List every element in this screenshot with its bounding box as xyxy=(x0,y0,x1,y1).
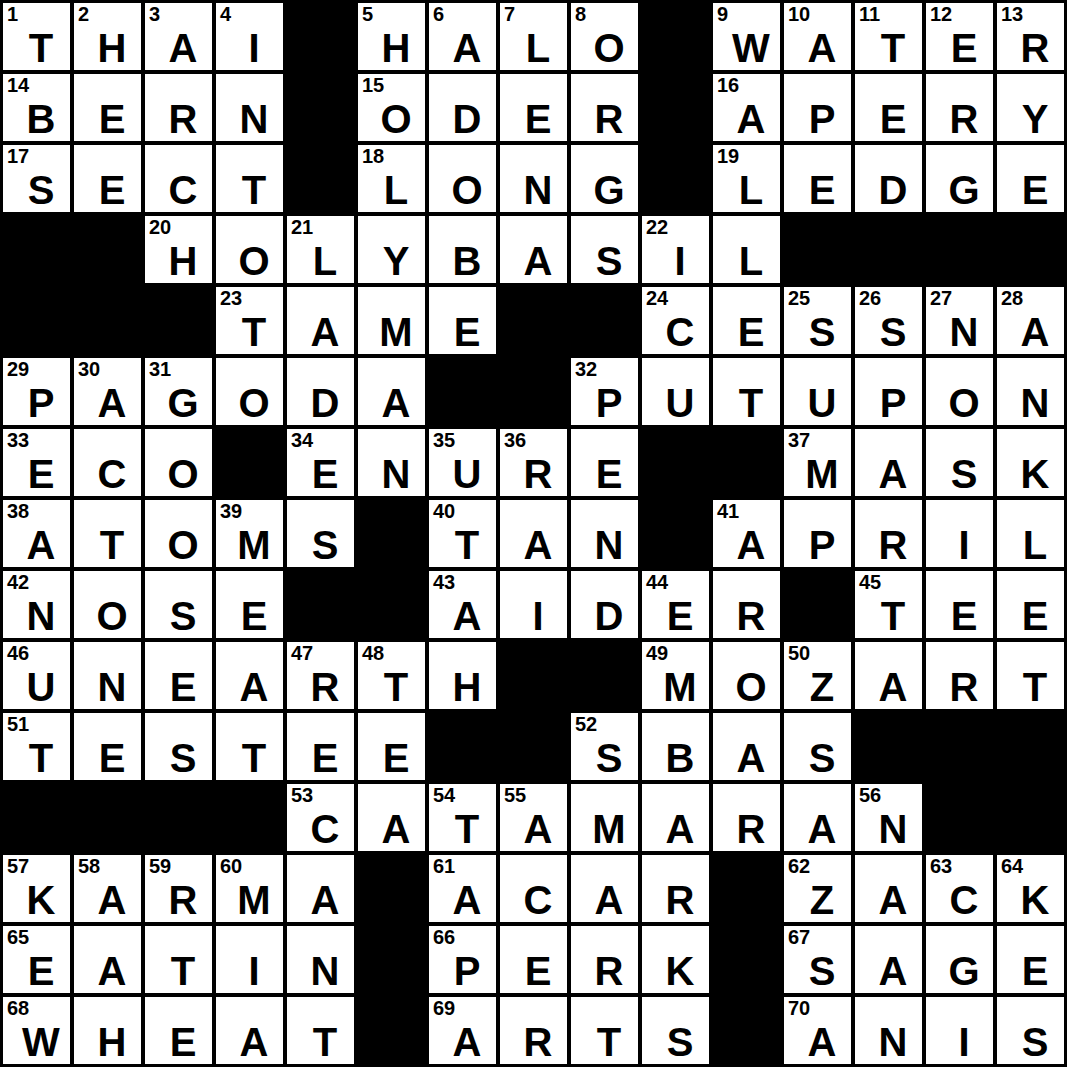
grid-cell[interactable]: 52S xyxy=(571,713,638,780)
grid-cell[interactable]: C xyxy=(145,145,212,212)
clue-number: 68 xyxy=(7,998,29,1018)
grid-cell[interactable]: R xyxy=(926,642,993,709)
grid-cell[interactable]: A xyxy=(216,642,283,709)
clue-number: 7 xyxy=(504,4,515,24)
grid-cell[interactable]: 28A xyxy=(997,287,1064,354)
cell-letter: I xyxy=(935,525,993,565)
cell-letter: D xyxy=(864,170,922,210)
grid-cell[interactable]: 44E xyxy=(642,571,709,638)
grid-cell[interactable]: R xyxy=(855,500,922,567)
black-square xyxy=(855,713,922,780)
grid-cell[interactable]: N xyxy=(571,500,638,567)
grid-cell[interactable]: E xyxy=(500,926,567,993)
grid-cell[interactable]: L xyxy=(997,500,1064,567)
grid-cell[interactable]: O xyxy=(216,358,283,425)
black-square xyxy=(500,287,567,354)
grid-cell[interactable]: U xyxy=(784,358,851,425)
cell-letter: N xyxy=(864,809,922,849)
cell-letter: M xyxy=(225,525,283,565)
grid-cell[interactable]: R xyxy=(713,784,780,851)
clue-number: 29 xyxy=(7,359,29,379)
grid-cell[interactable]: S xyxy=(571,216,638,283)
clue-number: 31 xyxy=(149,359,171,379)
cell-letter: T xyxy=(12,738,70,778)
grid-cell[interactable]: P xyxy=(784,74,851,141)
grid-cell[interactable]: 42N xyxy=(3,571,70,638)
grid-cell[interactable]: O xyxy=(74,571,141,638)
grid-cell[interactable]: A xyxy=(855,926,922,993)
cell-letter: O xyxy=(225,241,283,281)
grid-cell[interactable]: O xyxy=(713,642,780,709)
grid-cell[interactable]: C xyxy=(500,855,567,922)
cell-letter: K xyxy=(1006,880,1064,920)
cell-letter: E xyxy=(864,99,922,139)
clue-number: 27 xyxy=(930,288,952,308)
grid-cell[interactable]: A xyxy=(358,358,425,425)
grid-cell[interactable]: S xyxy=(784,713,851,780)
grid-cell[interactable]: 63C xyxy=(926,855,993,922)
grid-cell[interactable]: E xyxy=(145,997,212,1064)
grid-cell[interactable]: S xyxy=(642,997,709,1064)
cell-letter: E xyxy=(12,454,70,494)
grid-cell[interactable]: 1T xyxy=(3,3,70,70)
cell-letter: A xyxy=(438,596,496,636)
cell-letter: H xyxy=(83,1022,141,1062)
cell-letter: U xyxy=(438,454,496,494)
grid-cell[interactable]: A xyxy=(358,784,425,851)
black-square xyxy=(500,642,567,709)
grid-cell[interactable]: 58A xyxy=(74,855,141,922)
grid-cell[interactable]: T xyxy=(571,997,638,1064)
grid-cell[interactable]: A xyxy=(287,287,354,354)
grid-cell[interactable]: R xyxy=(500,997,567,1064)
clue-number: 19 xyxy=(717,146,739,166)
grid-cell[interactable]: 59R xyxy=(145,855,212,922)
grid-cell[interactable]: D xyxy=(287,358,354,425)
clue-number: 56 xyxy=(859,785,881,805)
grid-cell[interactable]: U xyxy=(642,358,709,425)
clue-number: 11 xyxy=(859,4,880,24)
cell-letter: Y xyxy=(1006,99,1064,139)
cell-letter: P xyxy=(793,99,851,139)
cell-letter: S xyxy=(154,738,212,778)
grid-cell[interactable]: R xyxy=(571,74,638,141)
clue-number: 5 xyxy=(362,4,373,24)
grid-cell[interactable]: 6A xyxy=(429,3,496,70)
grid-cell[interactable]: O xyxy=(145,500,212,567)
grid-cell[interactable]: A xyxy=(216,997,283,1064)
grid-cell[interactable]: M xyxy=(358,287,425,354)
grid-cell[interactable]: 61A xyxy=(429,855,496,922)
grid-cell[interactable]: 18L xyxy=(358,145,425,212)
cell-letter: K xyxy=(1006,454,1064,494)
grid-cell[interactable]: R xyxy=(642,855,709,922)
grid-cell[interactable]: B xyxy=(429,216,496,283)
grid-cell[interactable]: A xyxy=(74,926,141,993)
black-square xyxy=(713,926,780,993)
clue-number: 44 xyxy=(646,572,668,592)
cell-letter: S xyxy=(935,454,993,494)
clue-number: 54 xyxy=(433,785,455,805)
grid-cell[interactable]: 43A xyxy=(429,571,496,638)
grid-cell[interactable]: 5H xyxy=(358,3,425,70)
grid-cell[interactable]: A xyxy=(287,855,354,922)
grid-cell[interactable]: 69A xyxy=(429,997,496,1064)
grid-cell[interactable]: A xyxy=(500,500,567,567)
grid-cell[interactable]: R xyxy=(145,74,212,141)
black-square xyxy=(216,429,283,496)
grid-cell[interactable]: C xyxy=(74,429,141,496)
cell-letter: I xyxy=(935,1022,993,1062)
grid-cell[interactable]: E xyxy=(74,74,141,141)
grid-cell[interactable]: L xyxy=(713,216,780,283)
cell-letter: P xyxy=(12,383,70,423)
black-square xyxy=(216,784,283,851)
grid-cell[interactable]: Y xyxy=(997,74,1064,141)
grid-cell[interactable]: 65E xyxy=(3,926,70,993)
cell-letter: A xyxy=(651,809,709,849)
black-square xyxy=(500,713,567,780)
cell-letter: A xyxy=(864,951,922,991)
grid-cell[interactable]: 11T xyxy=(855,3,922,70)
cell-letter: R xyxy=(722,596,780,636)
cell-letter: L xyxy=(296,241,354,281)
grid-cell[interactable]: 50Z xyxy=(784,642,851,709)
grid-cell[interactable]: B xyxy=(642,713,709,780)
grid-cell[interactable]: 15O xyxy=(358,74,425,141)
cell-letter: A xyxy=(12,525,70,565)
grid-cell[interactable]: I xyxy=(216,926,283,993)
grid-cell[interactable]: T xyxy=(74,500,141,567)
cell-letter: R xyxy=(935,667,993,707)
grid-cell[interactable]: 3A xyxy=(145,3,212,70)
grid-cell[interactable]: 51T xyxy=(3,713,70,780)
cell-letter: E xyxy=(225,596,283,636)
grid-cell[interactable]: 55A xyxy=(500,784,567,851)
grid-cell[interactable]: D xyxy=(571,571,638,638)
black-square xyxy=(74,784,141,851)
grid-cell[interactable]: 46U xyxy=(3,642,70,709)
grid-cell[interactable]: O xyxy=(145,429,212,496)
grid-cell[interactable]: N xyxy=(74,642,141,709)
grid-cell[interactable]: 68W xyxy=(3,997,70,1064)
grid-cell[interactable]: K xyxy=(642,926,709,993)
grid-cell[interactable]: E xyxy=(926,571,993,638)
cell-letter: C xyxy=(154,170,212,210)
grid-cell[interactable]: E xyxy=(784,145,851,212)
grid-cell[interactable]: T xyxy=(997,642,1064,709)
grid-cell[interactable]: 36R xyxy=(500,429,567,496)
grid-cell[interactable]: H xyxy=(429,642,496,709)
cell-letter: G xyxy=(935,170,993,210)
grid-cell[interactable]: 34E xyxy=(287,429,354,496)
black-square xyxy=(784,216,851,283)
grid-cell[interactable]: 29P xyxy=(3,358,70,425)
black-square xyxy=(713,855,780,922)
grid-cell[interactable]: 64K xyxy=(997,855,1064,922)
grid-cell[interactable]: A xyxy=(784,784,851,851)
cell-letter: R xyxy=(509,454,567,494)
grid-cell[interactable]: 37M xyxy=(784,429,851,496)
cell-letter: N xyxy=(864,1022,922,1062)
grid-cell[interactable]: N xyxy=(855,997,922,1064)
grid-cell[interactable]: T xyxy=(216,713,283,780)
grid-cell[interactable]: 53C xyxy=(287,784,354,851)
clue-number: 42 xyxy=(7,572,29,592)
grid-cell[interactable]: E xyxy=(997,145,1064,212)
grid-cell[interactable]: 4I xyxy=(216,3,283,70)
cell-letter: A xyxy=(296,312,354,352)
grid-cell[interactable]: 26S xyxy=(855,287,922,354)
grid-cell[interactable]: S xyxy=(145,571,212,638)
grid-cell[interactable]: N xyxy=(500,145,567,212)
grid-cell[interactable]: 60M xyxy=(216,855,283,922)
black-square xyxy=(358,926,425,993)
clue-number: 30 xyxy=(78,359,100,379)
cell-letter: R xyxy=(651,880,709,920)
grid-cell[interactable]: Y xyxy=(358,216,425,283)
grid-cell[interactable]: 57K xyxy=(3,855,70,922)
grid-cell[interactable]: 25S xyxy=(784,287,851,354)
cell-letter: P xyxy=(580,383,638,423)
clue-number: 65 xyxy=(7,927,29,947)
grid-cell[interactable]: 8O xyxy=(571,3,638,70)
cell-letter: A xyxy=(580,880,638,920)
grid-cell[interactable]: 38A xyxy=(3,500,70,567)
grid-cell[interactable]: G xyxy=(926,926,993,993)
black-square xyxy=(642,500,709,567)
grid-cell[interactable]: T xyxy=(216,145,283,212)
grid-cell[interactable]: O xyxy=(926,358,993,425)
cell-letter: L xyxy=(722,241,780,281)
grid-cell[interactable]: E xyxy=(358,713,425,780)
clue-number: 35 xyxy=(433,430,455,450)
grid-cell[interactable]: A xyxy=(855,429,922,496)
clue-number: 25 xyxy=(788,288,810,308)
grid-cell[interactable]: 56N xyxy=(855,784,922,851)
grid-cell[interactable]: E xyxy=(571,429,638,496)
cell-letter: A xyxy=(83,951,141,991)
cell-letter: I xyxy=(225,28,283,68)
grid-cell[interactable]: I xyxy=(500,571,567,638)
grid-cell[interactable]: N xyxy=(358,429,425,496)
grid-cell[interactable]: 54T xyxy=(429,784,496,851)
cell-letter: H xyxy=(154,241,212,281)
black-square xyxy=(500,358,567,425)
cell-letter: N xyxy=(1006,383,1064,423)
cell-letter: G xyxy=(154,383,212,423)
cell-letter: T xyxy=(367,667,425,707)
cell-letter: R xyxy=(1006,28,1064,68)
grid-cell[interactable]: 13R xyxy=(997,3,1064,70)
cell-letter: E xyxy=(651,596,709,636)
cell-letter: E xyxy=(509,951,567,991)
grid-cell[interactable]: 24C xyxy=(642,287,709,354)
grid-cell[interactable]: 9W xyxy=(713,3,780,70)
grid-cell[interactable]: 66P xyxy=(429,926,496,993)
grid-cell[interactable]: T xyxy=(287,997,354,1064)
clue-number: 43 xyxy=(433,572,455,592)
grid-cell[interactable]: A xyxy=(855,855,922,922)
grid-cell[interactable]: 32P xyxy=(571,358,638,425)
grid-cell[interactable]: 19L xyxy=(713,145,780,212)
grid-cell[interactable]: 35U xyxy=(429,429,496,496)
grid-cell[interactable]: E xyxy=(74,145,141,212)
grid-cell[interactable]: P xyxy=(784,500,851,567)
cell-letter: T xyxy=(438,525,496,565)
grid-cell[interactable]: 39M xyxy=(216,500,283,567)
black-square xyxy=(926,216,993,283)
grid-cell[interactable]: G xyxy=(571,145,638,212)
grid-cell[interactable]: E xyxy=(74,713,141,780)
grid-cell[interactable]: 40T xyxy=(429,500,496,567)
grid-cell[interactable]: S xyxy=(997,997,1064,1064)
grid-cell[interactable]: M xyxy=(571,784,638,851)
cell-letter: A xyxy=(509,525,567,565)
grid-cell[interactable]: I xyxy=(926,500,993,567)
grid-cell[interactable]: E xyxy=(287,713,354,780)
grid-cell[interactable]: 70A xyxy=(784,997,851,1064)
cell-letter: G xyxy=(580,170,638,210)
grid-cell[interactable]: R xyxy=(926,74,993,141)
clue-number: 53 xyxy=(291,785,313,805)
grid-cell[interactable]: 48T xyxy=(358,642,425,709)
black-square xyxy=(287,571,354,638)
grid-cell[interactable]: R xyxy=(713,571,780,638)
clue-number: 9 xyxy=(717,4,728,24)
clue-number: 58 xyxy=(78,856,100,876)
cell-letter: T xyxy=(1006,667,1064,707)
clue-number: 41 xyxy=(717,501,739,521)
grid-cell[interactable]: N xyxy=(287,926,354,993)
grid-cell[interactable]: 20H xyxy=(145,216,212,283)
grid-cell[interactable]: P xyxy=(855,358,922,425)
clue-number: 39 xyxy=(220,501,242,521)
cell-letter: A xyxy=(83,383,141,423)
grid-cell[interactable]: N xyxy=(997,358,1064,425)
grid-cell[interactable]: E xyxy=(216,571,283,638)
grid-cell[interactable]: 27N xyxy=(926,287,993,354)
grid-cell[interactable]: E xyxy=(997,571,1064,638)
cell-letter: A xyxy=(154,28,212,68)
grid-cell[interactable]: 21L xyxy=(287,216,354,283)
grid-cell[interactable]: E xyxy=(145,642,212,709)
cell-letter: C xyxy=(296,809,354,849)
cell-letter: A xyxy=(722,738,780,778)
grid-cell[interactable]: S xyxy=(926,429,993,496)
grid-cell[interactable]: T xyxy=(713,358,780,425)
clue-number: 1 xyxy=(7,4,18,24)
cell-letter: E xyxy=(935,28,993,68)
grid-cell[interactable]: 62Z xyxy=(784,855,851,922)
grid-cell[interactable]: 2H xyxy=(74,3,141,70)
cell-letter: A xyxy=(225,667,283,707)
clue-number: 8 xyxy=(575,4,586,24)
grid-cell[interactable]: 45T xyxy=(855,571,922,638)
grid-cell[interactable]: A xyxy=(713,713,780,780)
cell-letter: S xyxy=(12,170,70,210)
cell-letter: A xyxy=(438,28,496,68)
grid-cell[interactable]: 14B xyxy=(3,74,70,141)
grid-cell[interactable]: S xyxy=(145,713,212,780)
grid-cell[interactable]: 31G xyxy=(145,358,212,425)
grid-cell[interactable]: E xyxy=(429,287,496,354)
grid-cell[interactable]: G xyxy=(926,145,993,212)
cell-letter: O xyxy=(438,170,496,210)
grid-cell[interactable]: A xyxy=(500,216,567,283)
clue-number: 61 xyxy=(433,856,455,876)
grid-cell[interactable]: 10A xyxy=(784,3,851,70)
grid-cell[interactable]: S xyxy=(287,500,354,567)
grid-cell[interactable]: D xyxy=(429,74,496,141)
grid-cell[interactable]: I xyxy=(926,997,993,1064)
grid-cell[interactable]: A xyxy=(571,855,638,922)
black-square xyxy=(642,3,709,70)
cell-letter: T xyxy=(722,383,780,423)
grid-cell[interactable]: T xyxy=(145,926,212,993)
black-square xyxy=(926,713,993,780)
cell-letter: E xyxy=(154,667,212,707)
cell-letter: A xyxy=(864,454,922,494)
black-square xyxy=(855,216,922,283)
grid-cell[interactable]: 49M xyxy=(642,642,709,709)
grid-cell[interactable]: A xyxy=(855,642,922,709)
grid-cell[interactable]: 17S xyxy=(3,145,70,212)
clue-number: 59 xyxy=(149,856,171,876)
cell-letter: P xyxy=(793,525,851,565)
grid-cell[interactable]: 30A xyxy=(74,358,141,425)
black-square xyxy=(287,3,354,70)
grid-cell[interactable]: K xyxy=(997,429,1064,496)
cell-letter: H xyxy=(438,667,496,707)
grid-cell[interactable]: 33E xyxy=(3,429,70,496)
grid-cell[interactable]: H xyxy=(74,997,141,1064)
grid-cell[interactable]: 16A xyxy=(713,74,780,141)
grid-cell[interactable]: 12E xyxy=(926,3,993,70)
grid-cell[interactable]: E xyxy=(855,74,922,141)
grid-cell[interactable]: O xyxy=(429,145,496,212)
cell-letter: T xyxy=(225,170,283,210)
grid-cell[interactable]: 22I xyxy=(642,216,709,283)
cell-letter: D xyxy=(438,99,496,139)
clue-number: 66 xyxy=(433,927,455,947)
black-square xyxy=(287,74,354,141)
grid-cell[interactable]: E xyxy=(713,287,780,354)
clue-number: 62 xyxy=(788,856,810,876)
grid-cell[interactable]: E xyxy=(997,926,1064,993)
grid-cell[interactable]: 7L xyxy=(500,3,567,70)
grid-cell[interactable]: R xyxy=(571,926,638,993)
cell-letter: A xyxy=(793,809,851,849)
grid-cell[interactable]: O xyxy=(216,216,283,283)
cell-letter: A xyxy=(438,1022,496,1062)
cell-letter: E xyxy=(296,738,354,778)
grid-cell[interactable]: E xyxy=(500,74,567,141)
clue-number: 2 xyxy=(78,4,89,24)
grid-cell[interactable]: D xyxy=(855,145,922,212)
grid-cell[interactable]: 47R xyxy=(287,642,354,709)
cell-letter: M xyxy=(580,809,638,849)
grid-cell[interactable]: N xyxy=(216,74,283,141)
grid-cell[interactable]: 41A xyxy=(713,500,780,567)
grid-cell[interactable]: A xyxy=(642,784,709,851)
grid-cell[interactable]: 23T xyxy=(216,287,283,354)
cell-letter: E xyxy=(83,738,141,778)
grid-cell[interactable]: 67S xyxy=(784,926,851,993)
clue-number: 22 xyxy=(646,217,668,237)
black-square xyxy=(571,642,638,709)
cell-letter: O xyxy=(935,383,993,423)
